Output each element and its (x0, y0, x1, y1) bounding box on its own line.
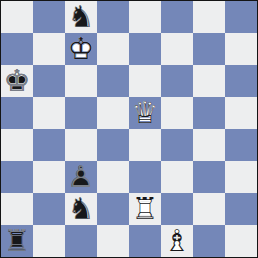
white-king-outline-icon: ♔ (65, 33, 97, 65)
chess-diagram: ♞♘♚♔♚♔♛♕♟♙♞♘♜♖♜♖♝♗ (0, 0, 258, 258)
square-d7[interactable] (97, 33, 129, 65)
white-bishop-outline-icon: ♗ (161, 225, 193, 257)
square-d1[interactable] (97, 225, 129, 257)
square-f2[interactable] (161, 193, 193, 225)
white-queen-outline-icon: ♕ (129, 97, 161, 129)
white-king-piece[interactable]: ♚♔ (65, 33, 97, 65)
black-knight-outline-icon: ♘ (65, 1, 97, 33)
square-e6[interactable] (129, 65, 161, 97)
black-king-piece[interactable]: ♚♔ (1, 65, 33, 97)
white-rook-piece[interactable]: ♜♖ (129, 193, 161, 225)
square-e7[interactable] (129, 33, 161, 65)
square-d4[interactable] (97, 129, 129, 161)
square-c1[interactable] (65, 225, 97, 257)
square-f5[interactable] (161, 97, 193, 129)
square-h3[interactable] (225, 161, 257, 193)
square-g6[interactable] (193, 65, 225, 97)
square-c6[interactable] (65, 65, 97, 97)
square-a1[interactable]: ♜♖ (1, 225, 33, 257)
square-g7[interactable] (193, 33, 225, 65)
square-c3[interactable]: ♟♙ (65, 161, 97, 193)
square-c7[interactable]: ♚♔ (65, 33, 97, 65)
square-a2[interactable] (1, 193, 33, 225)
black-pawn-piece[interactable]: ♟♙ (65, 161, 97, 193)
square-b4[interactable] (33, 129, 65, 161)
square-b1[interactable] (33, 225, 65, 257)
black-pawn-outline-icon: ♙ (65, 161, 97, 193)
square-c8[interactable]: ♞♘ (65, 1, 97, 33)
black-rook-piece[interactable]: ♜♖ (1, 225, 33, 257)
square-g5[interactable] (193, 97, 225, 129)
square-d2[interactable] (97, 193, 129, 225)
square-g3[interactable] (193, 161, 225, 193)
white-bishop-piece[interactable]: ♝♗ (161, 225, 193, 257)
square-h5[interactable] (225, 97, 257, 129)
square-g2[interactable] (193, 193, 225, 225)
square-a5[interactable] (1, 97, 33, 129)
square-b2[interactable] (33, 193, 65, 225)
square-d5[interactable] (97, 97, 129, 129)
square-g1[interactable] (193, 225, 225, 257)
square-a6[interactable]: ♚♔ (1, 65, 33, 97)
black-knight-outline-icon: ♘ (65, 193, 97, 225)
square-f7[interactable] (161, 33, 193, 65)
black-knight-piece[interactable]: ♞♘ (65, 1, 97, 33)
square-b5[interactable] (33, 97, 65, 129)
square-h7[interactable] (225, 33, 257, 65)
square-h6[interactable] (225, 65, 257, 97)
square-e1[interactable] (129, 225, 161, 257)
square-f6[interactable] (161, 65, 193, 97)
square-d3[interactable] (97, 161, 129, 193)
square-b6[interactable] (33, 65, 65, 97)
square-b8[interactable] (33, 1, 65, 33)
square-d8[interactable] (97, 1, 129, 33)
square-a4[interactable] (1, 129, 33, 161)
white-queen-piece[interactable]: ♛♕ (129, 97, 161, 129)
square-a7[interactable] (1, 33, 33, 65)
square-b7[interactable] (33, 33, 65, 65)
black-rook-outline-icon: ♖ (1, 225, 33, 257)
square-a8[interactable] (1, 1, 33, 33)
square-c2[interactable]: ♞♘ (65, 193, 97, 225)
square-h1[interactable] (225, 225, 257, 257)
square-f8[interactable] (161, 1, 193, 33)
white-rook-outline-icon: ♖ (129, 193, 161, 225)
square-c5[interactable] (65, 97, 97, 129)
square-c4[interactable] (65, 129, 97, 161)
chess-board: ♞♘♚♔♚♔♛♕♟♙♞♘♜♖♜♖♝♗ (0, 0, 258, 258)
black-king-outline-icon: ♔ (1, 65, 33, 97)
square-b3[interactable] (33, 161, 65, 193)
square-h2[interactable] (225, 193, 257, 225)
square-h4[interactable] (225, 129, 257, 161)
square-d6[interactable] (97, 65, 129, 97)
square-g4[interactable] (193, 129, 225, 161)
square-e8[interactable] (129, 1, 161, 33)
square-g8[interactable] (193, 1, 225, 33)
square-h8[interactable] (225, 1, 257, 33)
square-a3[interactable] (1, 161, 33, 193)
square-e5[interactable]: ♛♕ (129, 97, 161, 129)
square-e4[interactable] (129, 129, 161, 161)
square-e3[interactable] (129, 161, 161, 193)
square-e2[interactable]: ♜♖ (129, 193, 161, 225)
black-knight-piece[interactable]: ♞♘ (65, 193, 97, 225)
square-f1[interactable]: ♝♗ (161, 225, 193, 257)
square-f3[interactable] (161, 161, 193, 193)
square-f4[interactable] (161, 129, 193, 161)
